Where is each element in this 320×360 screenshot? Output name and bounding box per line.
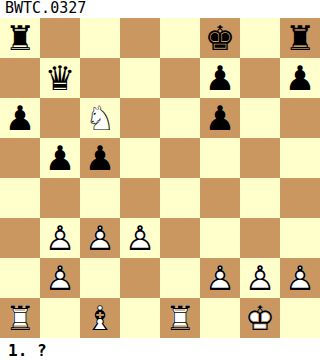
square-g8[interactable] — [240, 18, 280, 58]
square-f1[interactable] — [200, 298, 240, 338]
square-a2[interactable] — [0, 258, 40, 298]
square-d1[interactable] — [120, 298, 160, 338]
piece-black-king: ♚ — [200, 18, 240, 58]
square-h5[interactable] — [280, 138, 320, 178]
square-d6[interactable] — [120, 98, 160, 138]
piece-white-pawn: ♙ — [280, 258, 320, 298]
square-h2[interactable]: ♟♙ — [280, 258, 320, 298]
square-f8[interactable]: ♚ — [200, 18, 240, 58]
square-g5[interactable] — [240, 138, 280, 178]
chess-board: ♜♚♜♛♟♟♟♞♘♟♟♟♟♙♟♙♟♙♟♙♟♙♟♙♟♙♜♖♝♗♜♖♚♔ — [0, 18, 320, 338]
square-e7[interactable] — [160, 58, 200, 98]
white-pawn-fill: ♟ — [200, 258, 240, 298]
square-g7[interactable] — [240, 58, 280, 98]
square-c2[interactable] — [80, 258, 120, 298]
piece-white-pawn: ♙ — [200, 258, 240, 298]
piece-white-rook: ♖ — [160, 298, 200, 338]
piece-white-knight: ♘ — [80, 98, 120, 138]
piece-black-queen: ♛ — [40, 58, 80, 98]
square-g6[interactable] — [240, 98, 280, 138]
white-pawn-fill: ♟ — [240, 258, 280, 298]
piece-black-rook: ♜ — [280, 18, 320, 58]
white-pawn-fill: ♟ — [40, 258, 80, 298]
square-c4[interactable] — [80, 178, 120, 218]
square-a8[interactable]: ♜ — [0, 18, 40, 58]
square-f4[interactable] — [200, 178, 240, 218]
white-bishop-fill: ♝ — [80, 298, 120, 338]
square-d4[interactable] — [120, 178, 160, 218]
square-b6[interactable] — [40, 98, 80, 138]
square-d3[interactable]: ♟♙ — [120, 218, 160, 258]
piece-white-king: ♔ — [240, 298, 280, 338]
square-d7[interactable] — [120, 58, 160, 98]
square-c5[interactable]: ♟ — [80, 138, 120, 178]
square-d2[interactable] — [120, 258, 160, 298]
diagram-title: BWTC.0327 — [0, 0, 320, 18]
square-e6[interactable] — [160, 98, 200, 138]
square-e8[interactable] — [160, 18, 200, 58]
square-a1[interactable]: ♜♖ — [0, 298, 40, 338]
square-c7[interactable] — [80, 58, 120, 98]
square-b8[interactable] — [40, 18, 80, 58]
white-pawn-fill: ♟ — [80, 218, 120, 258]
piece-black-rook: ♜ — [0, 18, 40, 58]
square-e1[interactable]: ♜♖ — [160, 298, 200, 338]
piece-white-pawn: ♙ — [120, 218, 160, 258]
square-c1[interactable]: ♝♗ — [80, 298, 120, 338]
white-king-fill: ♚ — [240, 298, 280, 338]
piece-black-pawn: ♟ — [280, 58, 320, 98]
white-knight-fill: ♞ — [80, 98, 120, 138]
square-g1[interactable]: ♚♔ — [240, 298, 280, 338]
square-b2[interactable]: ♟♙ — [40, 258, 80, 298]
square-g3[interactable] — [240, 218, 280, 258]
square-f5[interactable] — [200, 138, 240, 178]
square-h1[interactable] — [280, 298, 320, 338]
square-b7[interactable]: ♛ — [40, 58, 80, 98]
piece-black-pawn: ♟ — [80, 138, 120, 178]
square-f7[interactable]: ♟ — [200, 58, 240, 98]
piece-white-rook: ♖ — [0, 298, 40, 338]
square-g4[interactable] — [240, 178, 280, 218]
square-a4[interactable] — [0, 178, 40, 218]
white-rook-fill: ♜ — [0, 298, 40, 338]
piece-black-pawn: ♟ — [40, 138, 80, 178]
white-pawn-fill: ♟ — [120, 218, 160, 258]
square-e3[interactable] — [160, 218, 200, 258]
white-pawn-fill: ♟ — [40, 218, 80, 258]
square-e5[interactable] — [160, 138, 200, 178]
square-a3[interactable] — [0, 218, 40, 258]
square-f2[interactable]: ♟♙ — [200, 258, 240, 298]
square-h8[interactable]: ♜ — [280, 18, 320, 58]
square-e4[interactable] — [160, 178, 200, 218]
square-h4[interactable] — [280, 178, 320, 218]
square-e2[interactable] — [160, 258, 200, 298]
piece-black-pawn: ♟ — [0, 98, 40, 138]
piece-black-pawn: ♟ — [200, 98, 240, 138]
square-g2[interactable]: ♟♙ — [240, 258, 280, 298]
square-a7[interactable] — [0, 58, 40, 98]
square-a6[interactable]: ♟ — [0, 98, 40, 138]
piece-white-pawn: ♙ — [40, 258, 80, 298]
white-rook-fill: ♜ — [160, 298, 200, 338]
square-f6[interactable]: ♟ — [200, 98, 240, 138]
square-d5[interactable] — [120, 138, 160, 178]
square-c6[interactable]: ♞♘ — [80, 98, 120, 138]
square-f3[interactable] — [200, 218, 240, 258]
square-b1[interactable] — [40, 298, 80, 338]
square-h3[interactable] — [280, 218, 320, 258]
piece-white-pawn: ♙ — [80, 218, 120, 258]
square-b3[interactable]: ♟♙ — [40, 218, 80, 258]
square-d8[interactable] — [120, 18, 160, 58]
piece-white-bishop: ♗ — [80, 298, 120, 338]
square-c3[interactable]: ♟♙ — [80, 218, 120, 258]
square-b5[interactable]: ♟ — [40, 138, 80, 178]
piece-black-pawn: ♟ — [200, 58, 240, 98]
white-pawn-fill: ♟ — [280, 258, 320, 298]
square-h7[interactable]: ♟ — [280, 58, 320, 98]
move-prompt: 1. ? — [0, 338, 320, 360]
piece-white-pawn: ♙ — [240, 258, 280, 298]
square-a5[interactable] — [0, 138, 40, 178]
square-h6[interactable] — [280, 98, 320, 138]
piece-white-pawn: ♙ — [40, 218, 80, 258]
square-c8[interactable] — [80, 18, 120, 58]
square-b4[interactable] — [40, 178, 80, 218]
